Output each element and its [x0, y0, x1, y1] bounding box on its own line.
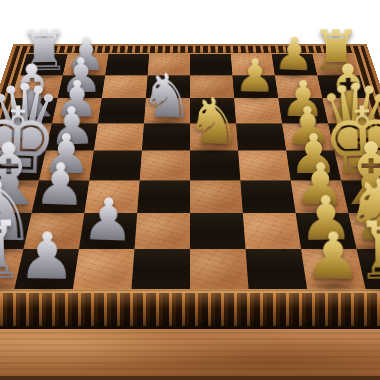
- square-h3[interactable]: [73, 249, 135, 289]
- square-g4[interactable]: [134, 213, 190, 249]
- wooden-box-front: [0, 329, 380, 380]
- piece-gold-p-h7[interactable]: ♟: [299, 224, 368, 290]
- square-h4[interactable]: [131, 249, 190, 289]
- square-d3[interactable]: [94, 123, 144, 150]
- square-e3[interactable]: [89, 150, 142, 180]
- piece-silver-r-h1[interactable]: ♜: [0, 210, 33, 293]
- square-e4[interactable]: [140, 150, 190, 180]
- piece-silver-p-g3[interactable]: ♟: [76, 190, 139, 250]
- square-h5[interactable]: [190, 249, 249, 289]
- square-f5[interactable]: [190, 180, 243, 213]
- square-g6[interactable]: [243, 213, 301, 249]
- piece-gold-n-d5[interactable]: ♞: [180, 89, 249, 155]
- square-f4[interactable]: [137, 180, 190, 213]
- square-f6[interactable]: [240, 180, 295, 213]
- square-g5[interactable]: [190, 213, 246, 249]
- chess-set-photo: ♜♟♟♜♟♟♝♟♞♟♝♛♟♞♟♛♚♟♟♚♝♟♟♝♞♟♟♞♜♟♟♜: [0, 0, 380, 380]
- carved-leaf-border: [0, 291, 380, 329]
